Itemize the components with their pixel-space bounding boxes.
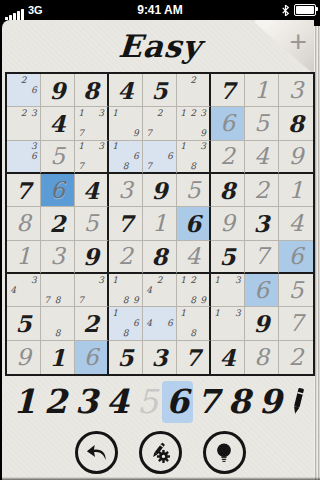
cell-r5c1[interactable]: 8 [7,207,41,240]
cell-r5c9[interactable]: 4 [279,207,313,240]
cell-r2c6[interactable]: 1239 [177,107,211,140]
cell-r9c8[interactable]: 8 [245,341,279,374]
pencil-mark: 3 [96,142,106,152]
cell-r1c5[interactable]: 5 [143,74,177,107]
cell-r2c5[interactable]: 27 [143,107,177,140]
pencil-mark: 9 [198,295,208,305]
cell-value: 6 [41,174,74,206]
number-key-6[interactable]: 6 [162,381,193,423]
pencil-mark: 7 [76,161,86,171]
bluetooth-icon [281,4,290,17]
cell-r2c3[interactable]: 137 [75,107,109,140]
pencil-marks: 1239 [178,108,208,138]
pencil-marks: 168 [110,308,141,338]
cell-r1c9[interactable]: 3 [279,74,313,107]
cell-r3c7[interactable]: 2 [211,141,245,174]
pencil-mark: 8 [188,329,198,339]
number-bar: 123456789 [0,379,320,425]
cell-r8c7[interactable]: 13 [211,307,245,340]
cell-r3c8[interactable]: 4 [245,141,279,174]
cell-value: 8 [143,241,176,272]
undo-arrow-icon [83,440,109,466]
cell-value: 7 [177,341,209,374]
pencil-mark: 9 [131,129,141,139]
cell-value: 4 [177,241,209,272]
cell-r7c7[interactable]: 13 [211,274,245,307]
pencil-marks: 24 [144,275,175,305]
cell-r4c3[interactable]: 4 [75,174,109,207]
cell-value: 1 [41,341,74,374]
cell-r2c7[interactable]: 6 [211,107,245,140]
cell-r1c4[interactable]: 4 [109,74,143,107]
pencil-mark: 6 [29,85,39,95]
cell-value: 3 [245,207,278,239]
pencil-mark: 3 [198,142,208,152]
pencil-settings-button[interactable] [139,431,182,474]
number-key-4[interactable]: 4 [102,381,133,423]
cell-value: 4 [279,207,313,239]
pencil-mark: 2 [188,275,198,285]
pencil-mark: 8 [188,161,198,171]
cell-value: 1 [279,174,313,206]
pencil-mark: 9 [198,129,208,139]
cell-r6c8[interactable]: 7 [245,241,279,274]
cell-value: 2 [109,241,142,272]
pencil-mark: 2 [188,108,198,118]
cell-value: 1 [7,241,40,272]
pencil-mark: 8 [120,329,130,339]
cell-r2c4[interactable]: 19 [109,107,143,140]
pencil-mode-button[interactable] [286,385,311,419]
cell-r9c5[interactable]: 3 [143,341,177,374]
pencil-mark: 2 [188,75,198,85]
cell-r6c2[interactable]: 3 [41,241,75,274]
clock: 9:41 AM [0,0,320,20]
cell-value: 9 [211,207,244,239]
cell-r3c6[interactable]: 138 [177,141,211,174]
cell-r7c1[interactable]: 34 [7,274,41,307]
number-key-3[interactable]: 3 [71,381,102,423]
pencil-mark: 3 [233,308,243,318]
pencil-marks: 37 [76,275,106,305]
pencil-mark: 8 [188,295,198,305]
pencil-marks: 27 [144,108,175,138]
cell-r4c4[interactable]: 3 [109,174,143,207]
pencil-mark: 7 [144,129,154,139]
cell-r1c1[interactable]: 26 [7,74,41,107]
cell-value: 3 [143,341,176,374]
cell-r4c9[interactable]: 1 [279,174,313,207]
cell-value: 7 [211,74,244,106]
pencil-mark: 2 [18,108,28,118]
pencil-marks: 137 [76,108,106,138]
cell-r5c3[interactable]: 5 [75,207,109,240]
pencil-mark: 8 [120,295,130,305]
cell-r2c2[interactable]: 4 [41,107,75,140]
cell-r5c8[interactable]: 3 [245,207,279,240]
pencil-mark: 3 [233,275,243,285]
cell-r8c6[interactable]: 18 [177,307,211,340]
cell-r4c8[interactable]: 2 [245,174,279,207]
cell-value: 5 [75,207,107,239]
pencil-mark: 3 [29,275,39,285]
pencil-mark: 1 [76,142,86,152]
cell-r6c5[interactable]: 8 [143,241,177,274]
cell-r6c9[interactable]: 6 [279,241,313,274]
cell-r1c3[interactable]: 8 [75,74,109,107]
cell-r2c9[interactable]: 8 [279,107,313,140]
pencil-mark: 1 [212,308,222,318]
cell-value: 9 [143,174,176,206]
cell-value: 3 [109,174,142,206]
cell-value: 1 [245,74,278,106]
pencil-marks: 189 [110,275,141,305]
cell-r4c5[interactable]: 9 [143,174,177,207]
cell-value: 2 [279,341,313,374]
cell-r4c6[interactable]: 5 [177,174,211,207]
cell-r5c5[interactable]: 1 [143,207,177,240]
cell-r7c8[interactable]: 6 [245,274,279,307]
number-key-5[interactable]: 5 [133,381,162,423]
cell-value: 4 [41,107,74,139]
cell-value: 8 [245,341,278,374]
pencil-marks: 34 [8,275,39,305]
cell-r8c1[interactable]: 5 [7,307,41,340]
cell-r9c2[interactable]: 1 [41,341,75,374]
undo-button[interactable] [75,431,118,474]
pencil-marks: 46 [144,308,175,338]
cell-value: 3 [41,241,74,272]
cell-value: 6 [245,274,278,306]
cell-value: 2 [245,174,278,206]
cell-r5c6[interactable]: 6 [177,207,211,240]
pencil-mark: 3 [29,108,39,118]
cell-value: 5 [279,274,313,306]
cell-r9c9[interactable]: 2 [279,341,313,374]
cell-r9c7[interactable]: 4 [211,341,245,374]
cell-value: 5 [109,341,142,374]
number-key-7[interactable]: 7 [193,381,224,423]
cell-value: 5 [245,107,278,139]
cell-value: 2 [75,307,107,339]
cell-r3c1[interactable]: 36 [7,141,41,174]
pencil-marks: 1289 [178,275,208,305]
pencil-mark: 4 [8,285,18,295]
cell-value: 9 [7,341,40,374]
pencil-marks: 168 [110,142,141,171]
pencil-mark: 2 [18,75,28,85]
toolbar [0,431,320,474]
cell-value: 2 [41,207,74,239]
pencil-marks: 8 [42,308,73,338]
pencil-mark: 6 [131,151,141,161]
pencil-mark: 7 [144,161,154,171]
pencil-mark: 1 [110,275,120,285]
cell-r6c3[interactable]: 9 [75,241,109,274]
cell-value: 8 [7,207,40,239]
cell-r3c9[interactable]: 9 [279,141,313,174]
pencil-gear-icon [147,440,173,466]
cell-value: 7 [109,207,142,239]
number-key-9[interactable]: 9 [255,381,286,423]
cell-value: 3 [279,74,313,106]
cell-r2c1[interactable]: 23 [7,107,41,140]
cell-value: 4 [211,341,244,374]
pencil-mark: 2 [154,275,164,285]
pencil-mark: 3 [96,108,106,118]
number-key-1[interactable]: 1 [9,381,40,423]
pencil-mark: 7 [76,129,86,139]
cell-r6c6[interactable]: 4 [177,241,211,274]
pencil-mark: 8 [52,329,62,339]
pencil-mark: 7 [42,295,52,305]
pencil-mark: 1 [76,108,86,118]
cell-r7c6[interactable]: 1289 [177,274,211,307]
pencil-mark: 6 [165,318,175,328]
cell-r1c6[interactable]: 2 [177,74,211,107]
pencil-mark: 9 [131,295,141,305]
lightbulb-icon [211,440,237,466]
new-game-plus-icon[interactable]: + [289,20,307,64]
cell-r8c3[interactable]: 2 [75,307,109,340]
cell-r7c2[interactable]: 78 [41,274,75,307]
pencil-mark: 3 [29,142,39,152]
cell-r3c3[interactable]: 137 [75,141,109,174]
pencil-marks: 138 [178,142,208,171]
pencil-mark: 8 [52,295,62,305]
pencil-mark: 8 [120,161,130,171]
cell-value: 8 [211,174,244,206]
cell-r6c1[interactable]: 1 [7,241,41,274]
pencil-mark: 1 [110,308,120,318]
cell-value: 9 [41,74,74,106]
pencil-marks: 26 [8,75,39,105]
pencil-marks: 19 [110,108,141,138]
pencil-mark: 4 [144,318,154,328]
cell-r4c2[interactable]: 6 [41,174,75,207]
cell-value: 9 [75,241,107,272]
pencil-mark: 1 [110,142,120,152]
cell-r6c7[interactable]: 5 [211,241,245,274]
pencil-marks: 13 [212,308,243,338]
cell-r3c5[interactable]: 67 [143,141,177,174]
cell-r7c3[interactable]: 37 [75,274,109,307]
number-key-8[interactable]: 8 [224,381,255,423]
pencil-marks: 23 [8,108,39,138]
cell-value: 7 [7,174,40,206]
cell-value: 6 [279,241,313,272]
hint-button[interactable] [203,431,246,474]
status-bar: 3G 9:41 AM [0,0,320,20]
pencil-mark: 1 [110,108,120,118]
pencil-mark: 1 [178,275,188,285]
cell-value: 4 [245,141,278,172]
cell-r9c6[interactable]: 7 [177,341,211,374]
cell-value: 2 [211,141,244,172]
pencil-marks: 36 [8,142,39,171]
pencil-icon [286,386,310,418]
pencil-mark: 1 [212,275,222,285]
cell-r6c4[interactable]: 2 [109,241,143,274]
cell-value: 5 [41,141,74,172]
cell-value: 7 [279,307,313,339]
cell-r7c5[interactable]: 24 [143,274,177,307]
cell-r5c7[interactable]: 9 [211,207,245,240]
cell-r8c5[interactable]: 46 [143,307,177,340]
pencil-mark: 1 [178,308,188,318]
cell-r9c4[interactable]: 5 [109,341,143,374]
cell-r1c2[interactable]: 9 [41,74,75,107]
pencil-marks: 2 [178,75,208,105]
cell-r8c4[interactable]: 168 [109,307,143,340]
number-key-2[interactable]: 2 [40,381,71,423]
pencil-mark: 1 [178,142,188,152]
cell-value: 6 [75,341,107,374]
cell-value: 1 [143,207,176,239]
cell-value: 6 [211,107,244,139]
cell-value: 4 [75,174,107,206]
cell-r3c4[interactable]: 168 [109,141,143,174]
cell-r4c7[interactable]: 8 [211,174,245,207]
cell-value: 6 [177,207,209,239]
pencil-mark: 7 [76,295,86,305]
cell-r7c9[interactable]: 5 [279,274,313,307]
cell-value: 5 [211,241,244,272]
cell-r5c2[interactable]: 2 [41,207,75,240]
cell-value: 8 [279,107,313,139]
cell-r5c4[interactable]: 7 [109,207,143,240]
pencil-marks: 78 [42,275,73,305]
pencil-marks: 13 [212,275,243,305]
pencil-marks: 67 [144,142,175,171]
cell-r7c4[interactable]: 189 [109,274,143,307]
cell-value: 5 [143,74,176,106]
pencil-mark: 3 [96,275,106,285]
cell-value: 4 [109,74,142,106]
cell-r1c8[interactable]: 1 [245,74,279,107]
cell-r3c2[interactable]: 5 [41,141,75,174]
cell-value: 7 [245,241,278,272]
cell-r1c7[interactable]: 7 [211,74,245,107]
battery-icon [294,4,316,16]
cell-r8c2[interactable]: 8 [41,307,75,340]
cell-r8c9[interactable]: 7 [279,307,313,340]
cell-r2c8[interactable]: 5 [245,107,279,140]
pencil-mark: 6 [165,151,175,161]
pencil-mark: 6 [131,318,141,328]
cell-value: 9 [245,307,278,339]
cell-r9c1[interactable]: 9 [7,341,41,374]
cell-value: 9 [279,141,313,172]
pencil-mark: 2 [154,108,164,118]
pencil-mark: 6 [29,151,39,161]
new-game-corner[interactable]: + [252,20,314,78]
cell-r9c3[interactable]: 6 [75,341,109,374]
cell-value: 5 [7,307,40,339]
pencil-mark: 3 [198,108,208,118]
pencil-mark: 1 [178,108,188,118]
cell-value: 5 [177,174,209,206]
pencil-marks: 137 [76,142,106,171]
cell-r8c8[interactable]: 9 [245,307,279,340]
sudoku-board: 2698452713234137192712396583651371686713… [5,72,315,376]
pencil-mark: 4 [144,285,154,295]
cell-value: 8 [75,74,107,106]
pencil-marks: 18 [178,308,208,338]
cell-r4c1[interactable]: 7 [7,174,41,207]
